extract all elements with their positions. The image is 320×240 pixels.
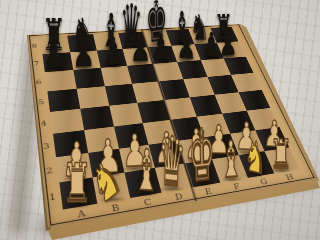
black-pawn-glyph: ♟	[40, 37, 68, 71]
pieces-layer: ♜♞♝♛♚♝♞♜♟♟♟♟♟♟♟♟♟♟♟♟♟♟♟♟♜♞♝♛♚♝♞♜	[0, 0, 320, 240]
white-king-glyph: ♚	[186, 127, 216, 186]
piece-white-knight-g1[interactable]: ♞	[241, 155, 267, 175]
piece-black-pawn-a7[interactable]: ♟	[41, 49, 68, 70]
piece-white-rook-h1[interactable]: ♜	[268, 151, 293, 171]
piece-white-knight-b1[interactable]: ♞	[96, 175, 128, 200]
white-bishop-glyph: ♝	[132, 149, 161, 195]
piece-black-pawn-g7[interactable]: ♟	[200, 42, 221, 59]
black-pawn-glyph: ♟	[175, 33, 198, 61]
photo-scene: 87654321 ABCDEFGH ♜♞♝♛♚♝♞♜♟♟♟♟♟♟♟♟♟♟♟♟♟♟…	[0, 0, 320, 240]
white-rook-glyph: ♜	[60, 163, 94, 205]
piece-black-pawn-d7[interactable]: ♟	[129, 45, 153, 64]
piece-black-pawn-f7[interactable]: ♟	[175, 43, 197, 60]
black-pawn-glyph: ♟	[71, 36, 97, 68]
piece-white-bishop-f1[interactable]: ♝	[219, 160, 244, 179]
black-pawn-glyph: ♟	[100, 36, 125, 67]
white-bishop-glyph: ♝	[219, 139, 245, 180]
white-knight-glyph: ♞	[241, 139, 269, 178]
piece-white-king-e1[interactable]: ♚	[188, 161, 217, 184]
white-rook-glyph: ♜	[268, 139, 293, 170]
piece-black-pawn-c7[interactable]: ♟	[101, 47, 126, 66]
black-pawn-glyph: ♟	[129, 35, 153, 64]
piece-white-rook-a1[interactable]: ♜	[60, 179, 94, 205]
piece-black-pawn-b7[interactable]: ♟	[71, 48, 97, 68]
piece-white-bishop-c1[interactable]: ♝	[132, 172, 160, 194]
black-pawn-glyph: ♟	[200, 32, 222, 60]
